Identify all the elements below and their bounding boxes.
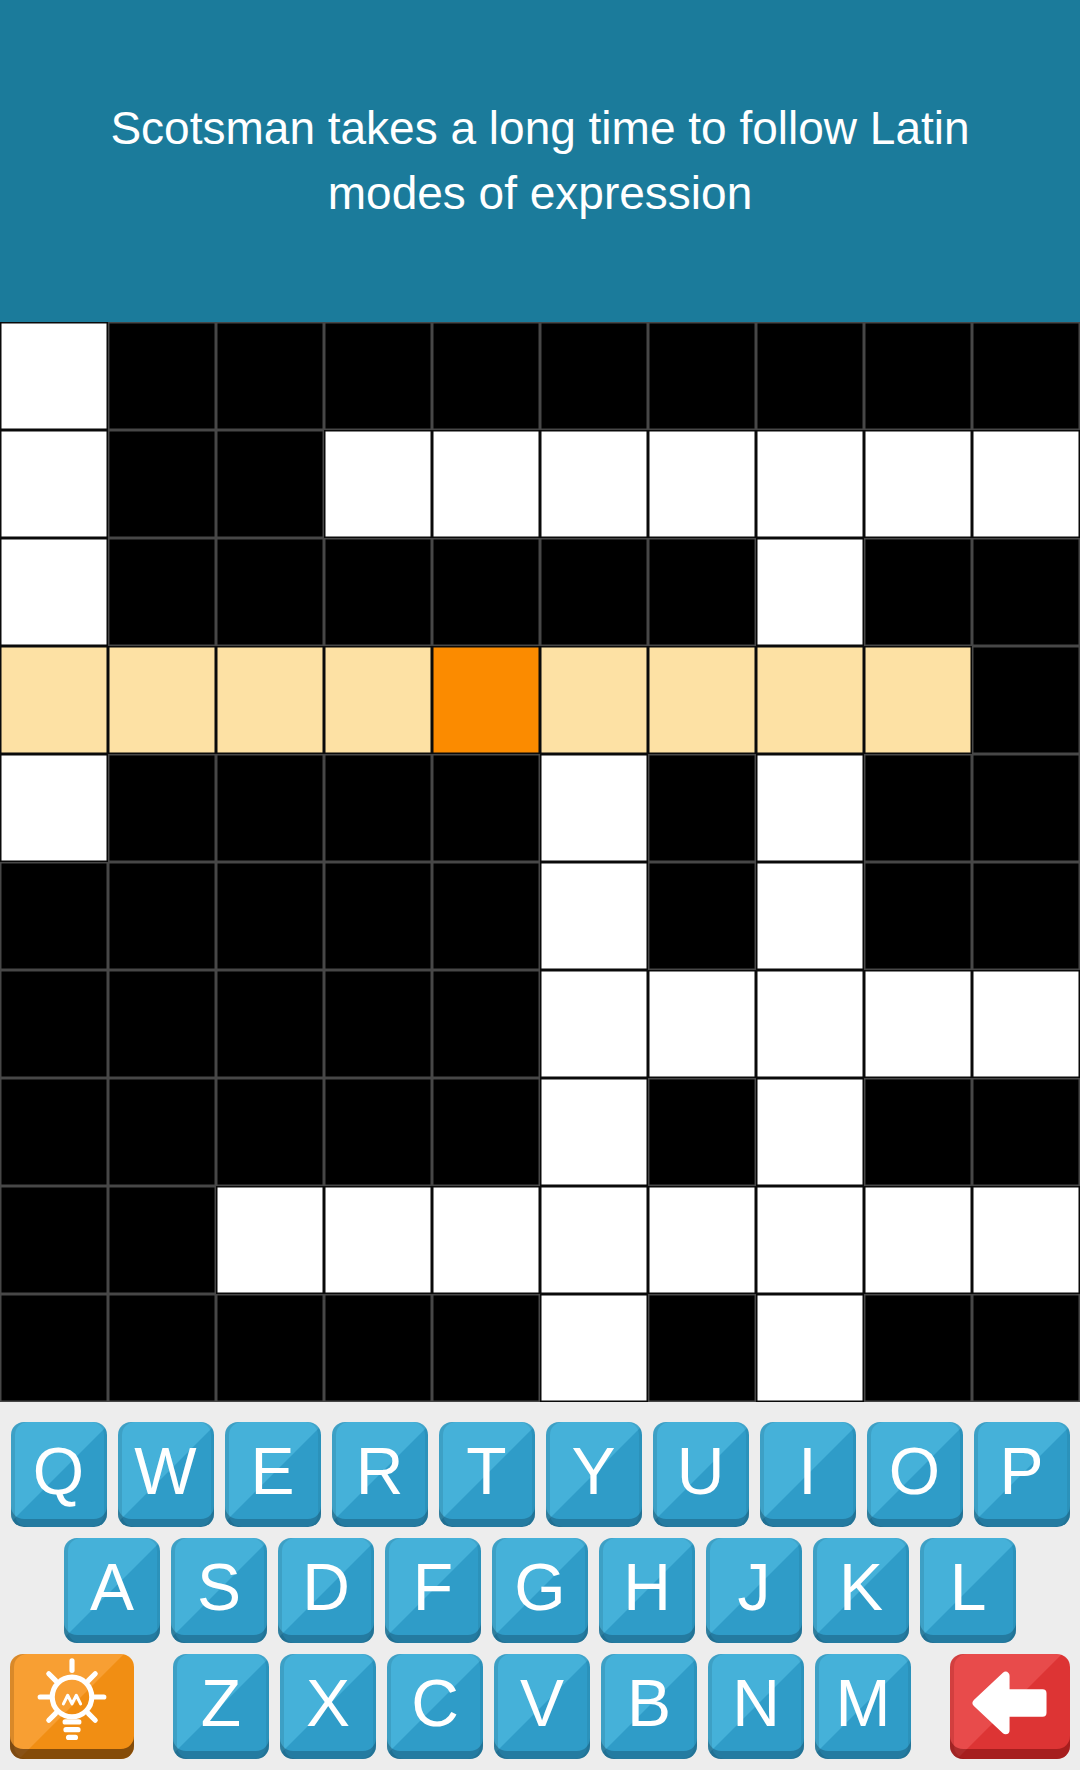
cell-r3c2-block — [108, 538, 216, 646]
cell-r9c7-open[interactable] — [648, 1186, 756, 1294]
key-W[interactable]: W — [118, 1422, 214, 1527]
key-X[interactable]: X — [280, 1654, 376, 1759]
cell-r10c3-block — [216, 1294, 324, 1402]
cell-r6c3-block — [216, 862, 324, 970]
keyboard-row-3-letters: ZXCVBNM — [173, 1654, 911, 1759]
cell-r2c6-open[interactable] — [540, 430, 648, 538]
cell-r8c4-block — [324, 1078, 432, 1186]
cell-r9c5-open[interactable] — [432, 1186, 540, 1294]
key-K[interactable]: K — [813, 1538, 909, 1643]
cell-r6c8-open[interactable] — [756, 862, 864, 970]
cell-r5c10-block — [972, 754, 1080, 862]
cell-r3c1-open[interactable] — [0, 538, 108, 646]
cell-r4c5-cursor[interactable] — [432, 646, 540, 754]
cell-r6c9-block — [864, 862, 972, 970]
key-F[interactable]: F — [385, 1538, 481, 1643]
backspace-button[interactable] — [950, 1654, 1070, 1759]
cell-r8c3-block — [216, 1078, 324, 1186]
cell-r10c9-block — [864, 1294, 972, 1402]
key-Q[interactable]: Q — [11, 1422, 107, 1527]
key-N[interactable]: N — [708, 1654, 804, 1759]
key-D[interactable]: D — [278, 1538, 374, 1643]
key-O[interactable]: O — [867, 1422, 963, 1527]
cell-r9c2-block — [108, 1186, 216, 1294]
cell-r2c3-block — [216, 430, 324, 538]
key-S[interactable]: S — [171, 1538, 267, 1643]
cell-r7c3-block — [216, 970, 324, 1078]
key-I[interactable]: I — [760, 1422, 856, 1527]
cell-r2c2-block — [108, 430, 216, 538]
cell-r8c10-block — [972, 1078, 1080, 1186]
key-U[interactable]: U — [653, 1422, 749, 1527]
cell-r10c7-block — [648, 1294, 756, 1402]
cell-r7c5-block — [432, 970, 540, 1078]
cell-r5c4-block — [324, 754, 432, 862]
key-A[interactable]: A — [64, 1538, 160, 1643]
cell-r8c6-open[interactable] — [540, 1078, 648, 1186]
key-T[interactable]: T — [439, 1422, 535, 1527]
cell-r6c4-block — [324, 862, 432, 970]
cell-r4c3-highlight[interactable] — [216, 646, 324, 754]
keyboard-row-1: QWERTYUIOP — [0, 1422, 1080, 1527]
keyboard-row-2: ASDFGHJKL — [0, 1538, 1080, 1643]
cell-r8c7-block — [648, 1078, 756, 1186]
cell-r2c8-open[interactable] — [756, 430, 864, 538]
key-G[interactable]: G — [492, 1538, 588, 1643]
cell-r9c6-open[interactable] — [540, 1186, 648, 1294]
cell-r6c7-block — [648, 862, 756, 970]
cell-r10c4-block — [324, 1294, 432, 1402]
cell-r5c2-block — [108, 754, 216, 862]
cell-r7c4-block — [324, 970, 432, 1078]
cell-r6c6-open[interactable] — [540, 862, 648, 970]
cell-r6c1-block — [0, 862, 108, 970]
cell-r5c1-open[interactable] — [0, 754, 108, 862]
cell-r4c10-block — [972, 646, 1080, 754]
cell-r3c10-block — [972, 538, 1080, 646]
crossword-grid — [0, 322, 1080, 1402]
cell-r9c8-open[interactable] — [756, 1186, 864, 1294]
cell-r8c8-open[interactable] — [756, 1078, 864, 1186]
cell-r9c1-block — [0, 1186, 108, 1294]
clue-text: Scotsman takes a long time to follow Lat… — [110, 96, 969, 227]
cell-r8c9-block — [864, 1078, 972, 1186]
cell-r3c4-block — [324, 538, 432, 646]
cell-r9c3-open[interactable] — [216, 1186, 324, 1294]
cell-r10c8-open[interactable] — [756, 1294, 864, 1402]
crossword-app: Scotsman takes a long time to follow Lat… — [0, 0, 1080, 1770]
key-B[interactable]: B — [601, 1654, 697, 1759]
key-H[interactable]: H — [599, 1538, 695, 1643]
key-J[interactable]: J — [706, 1538, 802, 1643]
lightbulb-icon — [29, 1655, 115, 1751]
cell-r2c7-open[interactable] — [648, 430, 756, 538]
cell-r2c4-open[interactable] — [324, 430, 432, 538]
cell-r3c6-block — [540, 538, 648, 646]
cell-r9c10-open[interactable] — [972, 1186, 1080, 1294]
keyboard: QWERTYUIOP ASDFGHJKL — [0, 1402, 1080, 1770]
cell-r5c5-block — [432, 754, 540, 862]
cell-r1c6-block — [540, 322, 648, 430]
key-L[interactable]: L — [920, 1538, 1016, 1643]
clue-header: Scotsman takes a long time to follow Lat… — [0, 0, 1080, 322]
cell-r1c9-block — [864, 322, 972, 430]
cell-r8c2-block — [108, 1078, 216, 1186]
cell-r4c6-highlight[interactable] — [540, 646, 648, 754]
cell-r3c5-block — [432, 538, 540, 646]
key-M[interactable]: M — [815, 1654, 911, 1759]
cell-r7c1-block — [0, 970, 108, 1078]
hint-button[interactable] — [10, 1654, 134, 1759]
cell-r1c1-open[interactable] — [0, 322, 108, 430]
cell-r2c9-open[interactable] — [864, 430, 972, 538]
cell-r1c10-block — [972, 322, 1080, 430]
cell-r5c6-open[interactable] — [540, 754, 648, 862]
key-R[interactable]: R — [332, 1422, 428, 1527]
cell-r6c2-block — [108, 862, 216, 970]
cell-r7c7-open[interactable] — [648, 970, 756, 1078]
cell-r10c6-open[interactable] — [540, 1294, 648, 1402]
cell-r7c10-open[interactable] — [972, 970, 1080, 1078]
clue-line-2: modes of expression — [110, 161, 969, 226]
cell-r2c10-open[interactable] — [972, 430, 1080, 538]
cell-r1c7-block — [648, 322, 756, 430]
cell-r4c7-highlight[interactable] — [648, 646, 756, 754]
cell-r3c9-block — [864, 538, 972, 646]
key-P[interactable]: P — [974, 1422, 1070, 1527]
cell-r1c2-block — [108, 322, 216, 430]
cell-r8c5-block — [432, 1078, 540, 1186]
keyboard-row-3: ZXCVBNM — [0, 1654, 1080, 1759]
cell-r3c7-block — [648, 538, 756, 646]
cell-r4c2-highlight[interactable] — [108, 646, 216, 754]
cell-r10c2-block — [108, 1294, 216, 1402]
cell-r7c2-block — [108, 970, 216, 1078]
cell-r1c5-block — [432, 322, 540, 430]
cell-r10c5-block — [432, 1294, 540, 1402]
cell-r1c3-block — [216, 322, 324, 430]
cell-r7c6-open[interactable] — [540, 970, 648, 1078]
cell-r1c8-block — [756, 322, 864, 430]
cell-r3c8-open[interactable] — [756, 538, 864, 646]
clue-line-1: Scotsman takes a long time to follow Lat… — [110, 96, 969, 161]
cell-r6c5-block — [432, 862, 540, 970]
cell-r7c8-open[interactable] — [756, 970, 864, 1078]
key-Y[interactable]: Y — [546, 1422, 642, 1527]
cell-r4c9-highlight[interactable] — [864, 646, 972, 754]
cell-r1c4-block — [324, 322, 432, 430]
key-Z[interactable]: Z — [173, 1654, 269, 1759]
cell-r2c1-open[interactable] — [0, 430, 108, 538]
cell-r3c3-block — [216, 538, 324, 646]
cell-r4c1-highlight[interactable] — [0, 646, 108, 754]
cell-r10c10-block — [972, 1294, 1080, 1402]
cell-r7c9-open[interactable] — [864, 970, 972, 1078]
cell-r9c4-open[interactable] — [324, 1186, 432, 1294]
cell-r6c10-block — [972, 862, 1080, 970]
cell-r4c8-highlight[interactable] — [756, 646, 864, 754]
cell-r5c9-block — [864, 754, 972, 862]
key-E[interactable]: E — [225, 1422, 321, 1527]
cell-r5c3-block — [216, 754, 324, 862]
key-V[interactable]: V — [494, 1654, 590, 1759]
cell-r2c5-open[interactable] — [432, 430, 540, 538]
backspace-arrow-icon — [966, 1667, 1054, 1739]
cell-r5c8-open[interactable] — [756, 754, 864, 862]
cell-r9c9-open[interactable] — [864, 1186, 972, 1294]
key-C[interactable]: C — [387, 1654, 483, 1759]
cell-r10c1-block — [0, 1294, 108, 1402]
cell-r8c1-block — [0, 1078, 108, 1186]
cell-r4c4-highlight[interactable] — [324, 646, 432, 754]
cell-r5c7-block — [648, 754, 756, 862]
